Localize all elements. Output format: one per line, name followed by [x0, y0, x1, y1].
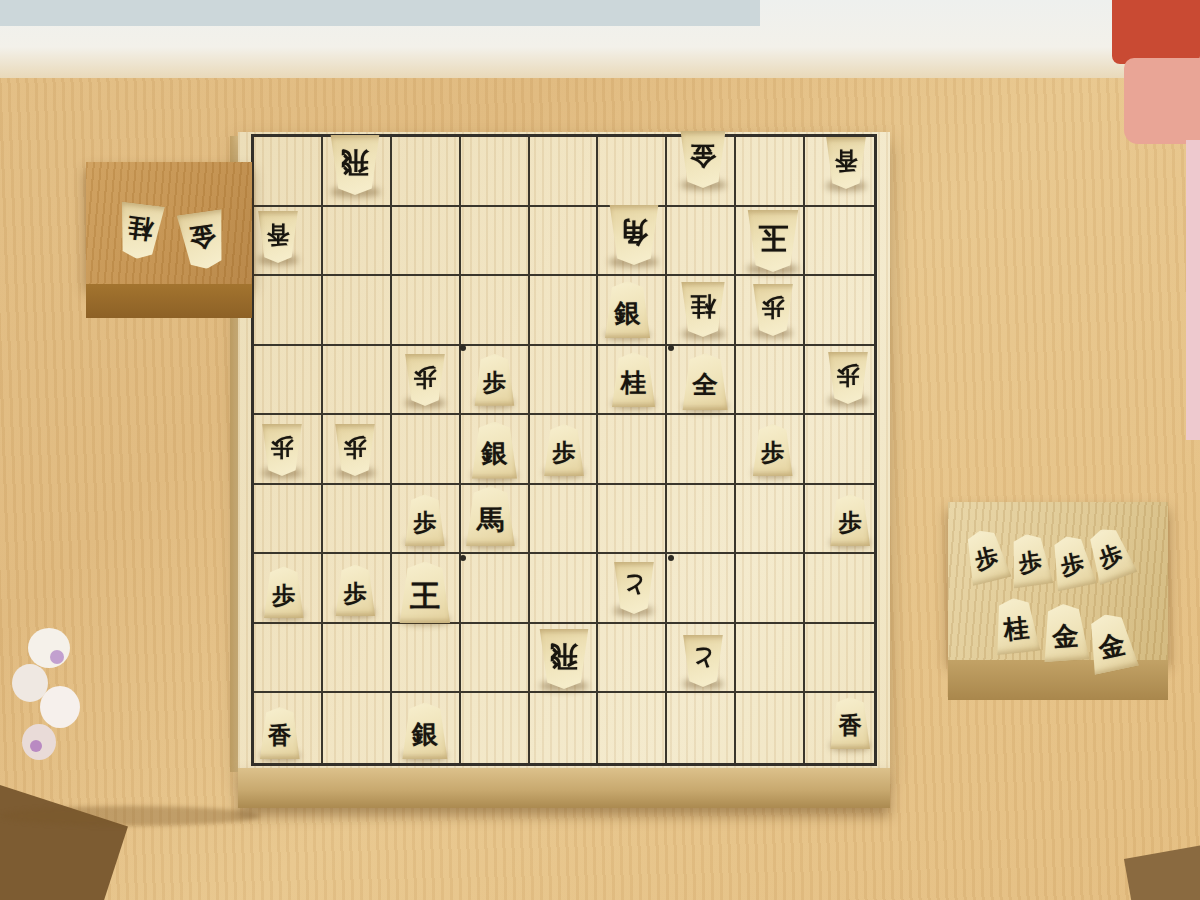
piece-kanji: 角 [620, 218, 648, 252]
piece-kanji: 金 [188, 223, 218, 258]
photo-scene: 飛金香香角玉銀桂歩歩歩桂全歩歩歩銀歩歩歩馬歩歩歩王と飛と香銀香 桂金 歩歩歩歩桂… [0, 0, 1200, 900]
piece-kanji: 歩 [971, 539, 1000, 572]
wall-blue-strip [0, 0, 760, 26]
piece-kanji: 歩 [413, 366, 436, 394]
piece-2b-gote[interactable]: 玉 [745, 210, 801, 272]
piece-3h-gote[interactable]: と [681, 635, 725, 687]
background-red-object [1112, 0, 1200, 64]
piece-kanji: 香 [268, 719, 291, 747]
piece-2c-gote[interactable]: 歩 [751, 284, 795, 336]
piece-3a-gote[interactable]: 金 [678, 131, 728, 188]
floor-corner-left [0, 780, 128, 900]
piece-1f-sente[interactable]: 歩 [828, 494, 872, 546]
piece-kanji: 歩 [272, 578, 295, 606]
piece-kanji: 歩 [1058, 546, 1086, 578]
piece-kanji: 全 [693, 366, 718, 397]
piece-kanji: 歩 [344, 576, 367, 604]
piece-7d-gote[interactable]: 歩 [403, 354, 447, 406]
sente-hand-piece-桂[interactable]: 桂 [989, 596, 1042, 656]
gote-hand-pieces: 桂金 [86, 162, 252, 284]
piece-4c-sente[interactable]: 銀 [603, 281, 653, 338]
piece-9i-sente[interactable]: 香 [258, 707, 302, 759]
piece-kanji: と [691, 647, 715, 675]
piece-kanji: 銀 [615, 294, 641, 326]
piece-kanji: 桂 [1002, 609, 1030, 642]
piece-kanji: 歩 [553, 436, 576, 464]
piece-2e-sente[interactable]: 歩 [751, 424, 795, 476]
piece-kanji: と [622, 574, 646, 602]
piece-6f-sente[interactable]: 馬 [463, 486, 517, 546]
gote-hand-piece-金[interactable]: 金 [174, 209, 231, 272]
piece-6e-sente[interactable]: 銀 [469, 422, 519, 479]
table-edge-shadow [0, 806, 260, 826]
piece-kanji: 歩 [1094, 537, 1125, 571]
piece-3c-gote[interactable]: 桂 [679, 282, 727, 337]
piece-kanji: 飛 [550, 641, 578, 675]
flower-decoration [10, 620, 100, 780]
board-surface: 飛金香香角玉銀桂歩歩歩桂全歩歩歩銀歩歩歩馬歩歩歩王と飛と香銀香 [238, 132, 890, 768]
piece-kanji: 金 [1095, 624, 1127, 661]
piece-1i-sente[interactable]: 香 [828, 697, 872, 749]
piece-3d-sente[interactable]: 全 [680, 353, 730, 410]
piece-kanji: 金 [1051, 616, 1079, 650]
piece-kanji: 歩 [761, 436, 784, 464]
sente-hand-pieces: 歩歩歩歩桂金金 [948, 502, 1168, 660]
piece-kanji: 歩 [1017, 544, 1044, 575]
piece-kanji: 香 [835, 149, 858, 177]
piece-kanji: 歩 [761, 295, 784, 323]
shogi-board: 飛金香香角玉銀桂歩歩歩桂全歩歩歩銀歩歩歩馬歩歩歩王と飛と香銀香 [226, 120, 902, 820]
piece-kanji: 歩 [483, 366, 506, 394]
floor-corner-right [1124, 838, 1200, 900]
background-pink-strip [1186, 140, 1200, 440]
piece-kanji: 馬 [477, 499, 504, 532]
piece-kanji: 玉 [758, 223, 788, 260]
gote-hand-piece-桂[interactable]: 桂 [113, 201, 167, 261]
piece-kanji: 歩 [839, 506, 862, 534]
piece-kanji: 王 [410, 574, 440, 611]
sente-hand-piece-金[interactable]: 金 [1038, 602, 1092, 662]
piece-kanji: 銀 [412, 715, 438, 747]
piece-kanji: 香 [839, 709, 862, 737]
piece-6d-sente[interactable]: 歩 [472, 354, 516, 406]
piece-8g-sente[interactable]: 歩 [333, 564, 377, 616]
piece-kanji: 桂 [621, 364, 646, 395]
piece-kanji: 香 [266, 223, 289, 251]
piece-7f-sente[interactable]: 歩 [403, 494, 447, 546]
piece-kanji: 歩 [270, 436, 293, 464]
piece-kanji: 歩 [413, 506, 436, 534]
board-front-face [238, 768, 890, 808]
board-piece-layer: 飛金香香角玉銀桂歩歩歩桂全歩歩歩銀歩歩歩馬歩歩歩王と飛と香銀香 [251, 134, 877, 766]
piece-kanji: 金 [690, 143, 716, 175]
piece-8a-gote[interactable]: 飛 [328, 135, 382, 195]
piece-4d-sente[interactable]: 桂 [610, 352, 658, 407]
piece-kanji: 桂 [691, 294, 716, 325]
piece-kanji: 銀 [481, 434, 507, 466]
sente-hand-piece-歩[interactable]: 歩 [958, 525, 1013, 586]
piece-5h-gote[interactable]: 飛 [537, 629, 591, 689]
piece-kanji: 歩 [837, 364, 860, 392]
gote-tray-front [86, 284, 252, 318]
piece-kanji: 飛 [341, 148, 369, 182]
piece-4b-gote[interactable]: 角 [607, 205, 661, 265]
piece-5e-sente[interactable]: 歩 [542, 424, 586, 476]
background-pink-object [1124, 58, 1200, 144]
piece-9g-sente[interactable]: 歩 [262, 566, 306, 618]
piece-kanji: 桂 [126, 215, 155, 249]
sente-hand-piece-歩[interactable]: 歩 [1005, 531, 1056, 589]
piece-7i-sente[interactable]: 銀 [400, 702, 450, 759]
piece-7g-sente[interactable]: 王 [397, 561, 453, 623]
piece-kanji: 歩 [344, 436, 367, 464]
